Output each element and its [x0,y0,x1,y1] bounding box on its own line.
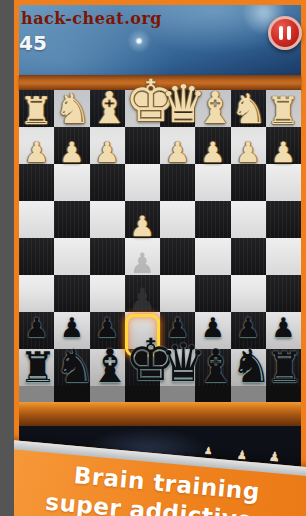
square-d1[interactable]: ♛ [160,90,195,127]
piece-white-pawn-h2[interactable]: ♟ [19,139,54,167]
square-e1[interactable]: ♚ [125,90,160,127]
square-g1[interactable]: ♞ [54,90,89,127]
piece-white-knight-g1[interactable]: ♞ [54,89,89,130]
piece-white-rook-a1[interactable]: ♜ [266,92,301,130]
square-h3[interactable] [19,164,54,201]
square-f5[interactable] [90,238,125,275]
piece-white-pawn-g2[interactable]: ♟ [54,139,89,167]
ghost-black-pawn-e5: ♟ [125,250,160,278]
square-f8[interactable]: ♝ [90,349,125,386]
piece-black-knight-b8[interactable]: ♞ [231,343,266,389]
pause-icon [279,26,283,40]
square-b5[interactable] [231,238,266,275]
piece-black-pawn-g7[interactable]: ♟ [54,314,89,341]
square-c4[interactable] [195,201,230,238]
square-a1[interactable]: ♜ [266,90,301,127]
piece-black-bishop-c8[interactable]: ♝ [195,343,230,389]
square-b3[interactable] [231,164,266,201]
piece-black-king-e8[interactable]: ♚ [125,331,160,389]
piece-white-pawn-d2[interactable]: ♟ [160,139,195,167]
square-g8[interactable]: ♞ [54,349,89,386]
piece-white-bishop-c1[interactable]: ♝ [195,86,230,130]
square-d6[interactable] [160,275,195,312]
square-e4[interactable]: ♟ [125,201,160,238]
piece-white-pawn-f2[interactable]: ♟ [90,139,125,167]
app-frame: hack-cheat.org 45 ♜♞♝♚♛♝♞♜♟♟♟♟♟♟♟♟♟♟♟♟♟♟… [14,0,306,516]
piece-black-pawn-b7[interactable]: ♟ [231,314,266,341]
square-c5[interactable] [195,238,230,275]
piece-white-queen-d1[interactable]: ♛ [160,78,195,130]
square-f3[interactable] [90,164,125,201]
square-b4[interactable] [231,201,266,238]
piece-white-pawn-b2[interactable]: ♟ [231,139,266,167]
square-h6[interactable] [19,275,54,312]
piece-black-knight-g8[interactable]: ♞ [54,343,89,389]
piece-white-pawn-e4[interactable]: ♟ [125,213,160,241]
game-screen: hack-cheat.org 45 ♜♞♝♚♛♝♞♜♟♟♟♟♟♟♟♟♟♟♟♟♟♟… [19,5,301,511]
square-b6[interactable] [231,275,266,312]
square-c3[interactable] [195,164,230,201]
ghost-black-pawn-e6: ♟ [125,284,160,315]
square-g5[interactable] [54,238,89,275]
square-e6[interactable]: ♟ [125,275,160,312]
square-h4[interactable] [19,201,54,238]
board-bottom-rail [19,402,301,426]
square-h8[interactable]: ♜ [19,349,54,386]
piece-white-king-e1[interactable]: ♚ [125,72,160,130]
square-h1[interactable]: ♜ [19,90,54,127]
square-a3[interactable] [266,164,301,201]
piece-white-pawn-c2[interactable]: ♟ [195,139,230,167]
square-g6[interactable] [54,275,89,312]
piece-black-pawn-f7[interactable]: ♟ [90,314,125,341]
square-e8[interactable]: ♚ [125,349,160,386]
watermark-text: hack-cheat.org [21,9,162,28]
score-counter: 45 [19,31,47,55]
square-g3[interactable] [54,164,89,201]
square-g4[interactable] [54,201,89,238]
pause-icon [287,26,291,40]
piece-black-rook-a8[interactable]: ♜ [266,347,301,389]
square-a8[interactable]: ♜ [266,349,301,386]
piece-white-knight-b1[interactable]: ♞ [231,89,266,130]
square-d3[interactable] [160,164,195,201]
square-b8[interactable]: ♞ [231,349,266,386]
square-d8[interactable]: ♛ [160,349,195,386]
mini-pawn-icon: ♟ [203,446,213,457]
piece-black-rook-h8[interactable]: ♜ [19,347,54,389]
square-a6[interactable] [266,275,301,312]
square-f4[interactable] [90,201,125,238]
square-f6[interactable] [90,275,125,312]
piece-black-pawn-h7[interactable]: ♟ [19,314,54,341]
square-b1[interactable]: ♞ [231,90,266,127]
pause-button[interactable] [268,16,302,50]
mini-pawn-icon: ♟ [268,450,281,464]
square-d4[interactable] [160,201,195,238]
square-e3[interactable] [125,164,160,201]
square-h5[interactable] [19,238,54,275]
chess-board: ♜♞♝♚♛♝♞♜♟♟♟♟♟♟♟♟♟♟♟♟♟♟♟♟♟♜♞♝♚♛♝♞♜ [19,90,301,386]
piece-black-pawn-a7[interactable]: ♟ [266,314,301,341]
square-a5[interactable] [266,238,301,275]
square-c6[interactable] [195,275,230,312]
square-a4[interactable] [266,201,301,238]
square-e5[interactable]: ♟ [125,238,160,275]
piece-white-rook-h1[interactable]: ♜ [19,92,54,130]
square-f1[interactable]: ♝ [90,90,125,127]
piece-white-bishop-f1[interactable]: ♝ [90,86,125,130]
square-c8[interactable]: ♝ [195,349,230,386]
piece-white-pawn-a2[interactable]: ♟ [266,139,301,167]
square-c1[interactable]: ♝ [195,90,230,127]
square-d5[interactable] [160,238,195,275]
mini-pawn-icon: ♟ [236,449,248,462]
piece-black-queen-d8[interactable]: ♛ [160,337,195,389]
piece-black-bishop-f8[interactable]: ♝ [90,343,125,389]
